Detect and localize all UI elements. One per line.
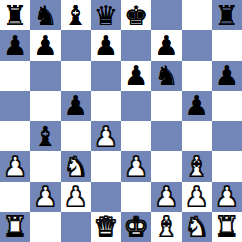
square-b6[interactable]	[30, 61, 60, 91]
square-a2[interactable]	[0, 182, 30, 212]
square-e7[interactable]	[121, 30, 151, 60]
square-a4[interactable]	[0, 121, 30, 151]
square-c7[interactable]	[61, 30, 91, 60]
square-a5[interactable]	[0, 91, 30, 121]
square-f3[interactable]	[151, 151, 181, 181]
square-b1[interactable]	[30, 212, 60, 242]
square-b7[interactable]: ♟	[30, 30, 60, 60]
square-c1[interactable]	[61, 212, 91, 242]
piece-black-pawn[interactable]: ♟	[33, 32, 57, 59]
square-h2[interactable]: ♟	[212, 182, 242, 212]
piece-white-bishop[interactable]: ♝	[154, 213, 178, 240]
piece-black-bishop[interactable]: ♝	[64, 2, 88, 29]
square-g1[interactable]: ♞	[182, 212, 212, 242]
square-a1[interactable]: ♜	[0, 212, 30, 242]
square-e8[interactable]: ♚	[121, 0, 151, 30]
square-a7[interactable]: ♟	[0, 30, 30, 60]
square-c6[interactable]	[61, 61, 91, 91]
piece-white-pawn[interactable]: ♟	[124, 153, 148, 180]
square-f5[interactable]	[151, 91, 181, 121]
square-e5[interactable]	[121, 91, 151, 121]
piece-black-queen[interactable]: ♛	[94, 2, 118, 29]
piece-white-rook[interactable]: ♜	[3, 213, 27, 240]
chess-board: ♜♞♝♛♚♜♟♟♟♟♟♞♟♟♟♝♟♟♞♟♝♟♟♟♟♟♜♛♚♝♞♜	[0, 0, 242, 242]
piece-black-bishop[interactable]: ♝	[33, 123, 57, 150]
square-d5[interactable]	[91, 91, 121, 121]
square-d1[interactable]: ♛	[91, 212, 121, 242]
piece-black-rook[interactable]: ♜	[215, 2, 239, 29]
square-d6[interactable]	[91, 61, 121, 91]
piece-black-pawn[interactable]: ♟	[154, 32, 178, 59]
piece-white-knight[interactable]: ♞	[185, 213, 209, 240]
square-b2[interactable]: ♟	[30, 182, 60, 212]
square-f8[interactable]	[151, 0, 181, 30]
piece-white-pawn[interactable]: ♟	[3, 153, 27, 180]
square-a8[interactable]: ♜	[0, 0, 30, 30]
square-g7[interactable]	[182, 30, 212, 60]
piece-black-king[interactable]: ♚	[124, 2, 148, 29]
piece-black-rook[interactable]: ♜	[3, 2, 27, 29]
square-a6[interactable]	[0, 61, 30, 91]
piece-white-pawn[interactable]: ♟	[64, 183, 88, 210]
square-h5[interactable]	[212, 91, 242, 121]
square-e3[interactable]: ♟	[121, 151, 151, 181]
square-g3[interactable]: ♝	[182, 151, 212, 181]
piece-black-knight[interactable]: ♞	[154, 62, 178, 89]
piece-black-pawn[interactable]: ♟	[94, 32, 118, 59]
square-b8[interactable]: ♞	[30, 0, 60, 30]
square-f4[interactable]	[151, 121, 181, 151]
piece-white-pawn[interactable]: ♟	[94, 123, 118, 150]
piece-black-pawn[interactable]: ♟	[3, 32, 27, 59]
square-e4[interactable]	[121, 121, 151, 151]
square-d7[interactable]: ♟	[91, 30, 121, 60]
piece-white-king[interactable]: ♚	[124, 213, 148, 240]
square-h4[interactable]	[212, 121, 242, 151]
square-b3[interactable]	[30, 151, 60, 181]
square-f2[interactable]: ♟	[151, 182, 181, 212]
square-c8[interactable]: ♝	[61, 0, 91, 30]
piece-black-pawn[interactable]: ♟	[215, 62, 239, 89]
square-h7[interactable]	[212, 30, 242, 60]
piece-black-pawn[interactable]: ♟	[185, 92, 209, 119]
square-c3[interactable]: ♞	[61, 151, 91, 181]
piece-black-knight[interactable]: ♞	[33, 2, 57, 29]
square-f7[interactable]: ♟	[151, 30, 181, 60]
piece-white-pawn[interactable]: ♟	[154, 183, 178, 210]
square-c2[interactable]: ♟	[61, 182, 91, 212]
square-f6[interactable]: ♞	[151, 61, 181, 91]
square-g6[interactable]	[182, 61, 212, 91]
piece-white-rook[interactable]: ♜	[215, 213, 239, 240]
square-c5[interactable]: ♟	[61, 91, 91, 121]
square-e2[interactable]	[121, 182, 151, 212]
square-d8[interactable]: ♛	[91, 0, 121, 30]
square-g8[interactable]	[182, 0, 212, 30]
square-h3[interactable]	[212, 151, 242, 181]
square-d4[interactable]: ♟	[91, 121, 121, 151]
square-e1[interactable]: ♚	[121, 212, 151, 242]
square-a3[interactable]: ♟	[0, 151, 30, 181]
square-h1[interactable]: ♜	[212, 212, 242, 242]
piece-white-pawn[interactable]: ♟	[33, 183, 57, 210]
square-f1[interactable]: ♝	[151, 212, 181, 242]
square-h8[interactable]: ♜	[212, 0, 242, 30]
piece-white-queen[interactable]: ♛	[94, 213, 118, 240]
square-h6[interactable]: ♟	[212, 61, 242, 91]
piece-white-pawn[interactable]: ♟	[215, 183, 239, 210]
piece-black-pawn[interactable]: ♟	[64, 92, 88, 119]
square-c4[interactable]	[61, 121, 91, 151]
piece-black-pawn[interactable]: ♟	[124, 62, 148, 89]
square-g4[interactable]	[182, 121, 212, 151]
square-g5[interactable]: ♟	[182, 91, 212, 121]
square-e6[interactable]: ♟	[121, 61, 151, 91]
square-b5[interactable]	[30, 91, 60, 121]
piece-white-pawn[interactable]: ♟	[185, 183, 209, 210]
square-g2[interactable]: ♟	[182, 182, 212, 212]
square-b4[interactable]: ♝	[30, 121, 60, 151]
square-d3[interactable]	[91, 151, 121, 181]
piece-white-knight[interactable]: ♞	[64, 153, 88, 180]
piece-white-bishop[interactable]: ♝	[185, 153, 209, 180]
square-d2[interactable]	[91, 182, 121, 212]
